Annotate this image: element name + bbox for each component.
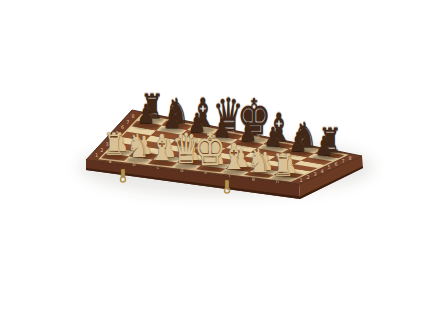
piece-white-rook: ♜ (103, 129, 125, 160)
piece-white-rook: ♜ (272, 150, 294, 181)
pieces-layer: ♜♞♝♛♚♝♞♜♟♟♟♟♟♟♟♟♟♟♟♟♟♟♟♟♜♞♝♛♚♝♞♜ (0, 0, 423, 318)
piece-black-pawn: ♟ (314, 134, 332, 160)
piece-white-knight: ♞ (127, 130, 150, 163)
product-photo: aabbccddeeffgghh1122334455667788 ♜♞♝♛♚♝♞… (0, 0, 423, 318)
piece-white-bishop: ♝ (222, 138, 247, 174)
piece-black-pawn: ♟ (137, 101, 155, 127)
piece-white-knight: ♞ (247, 145, 270, 178)
